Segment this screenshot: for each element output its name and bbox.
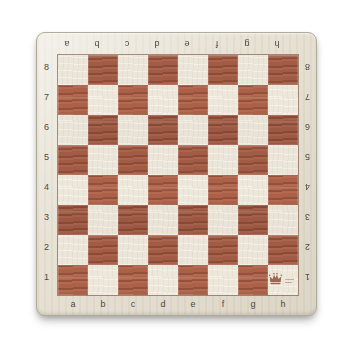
- square-e7[interactable]: [178, 85, 208, 115]
- file-label-top-b: b: [82, 35, 112, 52]
- square-h3[interactable]: [268, 205, 298, 235]
- square-b5[interactable]: [88, 145, 118, 175]
- square-d4[interactable]: [148, 175, 178, 205]
- square-e6[interactable]: [178, 115, 208, 145]
- rank-label-right-7: 7: [298, 82, 317, 112]
- square-e1[interactable]: [178, 265, 208, 295]
- rank-label-left-6: 6: [37, 112, 56, 142]
- rank-label-left-2: 2: [37, 232, 56, 262]
- square-h1[interactable]: [268, 265, 298, 295]
- file-label-bottom-e: e: [178, 295, 208, 313]
- file-label-bottom-b: b: [88, 295, 118, 313]
- square-h7[interactable]: [268, 85, 298, 115]
- square-e3[interactable]: [178, 205, 208, 235]
- file-label-top-c: c: [112, 35, 142, 52]
- rank-label-left-1: 1: [37, 262, 56, 292]
- file-label-top-f: f: [202, 35, 232, 52]
- square-h4[interactable]: [268, 175, 298, 205]
- square-f2[interactable]: [208, 235, 238, 265]
- square-g8[interactable]: [238, 55, 268, 85]
- square-d2[interactable]: [148, 235, 178, 265]
- square-d6[interactable]: [148, 115, 178, 145]
- square-d1[interactable]: [148, 265, 178, 295]
- file-label-top-d: d: [142, 35, 172, 52]
- square-b3[interactable]: [88, 205, 118, 235]
- square-b6[interactable]: [88, 115, 118, 145]
- square-g2[interactable]: [238, 235, 268, 265]
- file-label-top-g: g: [232, 35, 262, 52]
- rank-label-left-3: 3: [37, 202, 56, 232]
- square-b1[interactable]: [88, 265, 118, 295]
- rank-label-right-4: 4: [298, 172, 317, 202]
- square-c7[interactable]: [118, 85, 148, 115]
- rank-label-right-5: 5: [298, 142, 317, 172]
- square-f7[interactable]: [208, 85, 238, 115]
- square-f5[interactable]: [208, 145, 238, 175]
- square-e5[interactable]: [178, 145, 208, 175]
- square-a6[interactable]: [58, 115, 88, 145]
- rank-label-left-5: 5: [37, 142, 56, 172]
- square-f3[interactable]: [208, 205, 238, 235]
- square-c1[interactable]: [118, 265, 148, 295]
- square-c4[interactable]: [118, 175, 148, 205]
- rank-label-right-8: 8: [298, 52, 317, 82]
- square-c8[interactable]: [118, 55, 148, 85]
- rank-label-left-4: 4: [37, 172, 56, 202]
- file-label-bottom-f: f: [208, 295, 238, 313]
- square-a2[interactable]: [58, 235, 88, 265]
- square-h6[interactable]: [268, 115, 298, 145]
- square-f6[interactable]: [208, 115, 238, 145]
- square-g3[interactable]: [238, 205, 268, 235]
- square-f4[interactable]: [208, 175, 238, 205]
- file-label-top-a: a: [52, 35, 82, 52]
- rank-label-right-3: 3: [298, 202, 317, 232]
- square-g5[interactable]: [238, 145, 268, 175]
- square-d5[interactable]: [148, 145, 178, 175]
- square-g7[interactable]: [238, 85, 268, 115]
- file-label-top-e: e: [172, 35, 202, 52]
- square-h2[interactable]: [268, 235, 298, 265]
- rank-label-left-7: 7: [37, 82, 56, 112]
- rank-label-right-6: 6: [298, 112, 317, 142]
- square-a7[interactable]: [58, 85, 88, 115]
- square-c2[interactable]: [118, 235, 148, 265]
- rank-label-right-2: 2: [298, 232, 317, 262]
- square-e8[interactable]: [178, 55, 208, 85]
- square-a5[interactable]: [58, 145, 88, 175]
- square-h8[interactable]: [268, 55, 298, 85]
- square-a8[interactable]: [58, 55, 88, 85]
- square-b8[interactable]: [88, 55, 118, 85]
- square-a3[interactable]: [58, 205, 88, 235]
- square-d7[interactable]: [148, 85, 178, 115]
- square-b7[interactable]: [88, 85, 118, 115]
- board-grid: [57, 54, 299, 296]
- file-label-bottom-h: h: [268, 295, 298, 313]
- square-d3[interactable]: [148, 205, 178, 235]
- file-label-bottom-a: a: [58, 295, 88, 313]
- chess-board: aa88bb77cc66dd55ee44ff33gg22hh11: [36, 32, 317, 316]
- square-h5[interactable]: [268, 145, 298, 175]
- square-f8[interactable]: [208, 55, 238, 85]
- square-f1[interactable]: [208, 265, 238, 295]
- square-e2[interactable]: [178, 235, 208, 265]
- rank-label-left-8: 8: [37, 52, 56, 82]
- square-g1[interactable]: [238, 265, 268, 295]
- square-c6[interactable]: [118, 115, 148, 145]
- square-c3[interactable]: [118, 205, 148, 235]
- square-g4[interactable]: [238, 175, 268, 205]
- square-a4[interactable]: [58, 175, 88, 205]
- file-label-bottom-g: g: [238, 295, 268, 313]
- square-g6[interactable]: [238, 115, 268, 145]
- file-label-bottom-d: d: [148, 295, 178, 313]
- file-label-bottom-c: c: [118, 295, 148, 313]
- square-e4[interactable]: [178, 175, 208, 205]
- logo-tiny-text: [285, 279, 294, 284]
- square-a1[interactable]: [58, 265, 88, 295]
- square-b2[interactable]: [88, 235, 118, 265]
- square-c5[interactable]: [118, 145, 148, 175]
- file-label-top-h: h: [262, 35, 292, 52]
- square-b4[interactable]: [88, 175, 118, 205]
- rank-label-right-1: 1: [298, 262, 317, 292]
- square-d8[interactable]: [148, 55, 178, 85]
- crown-logo: [266, 263, 296, 293]
